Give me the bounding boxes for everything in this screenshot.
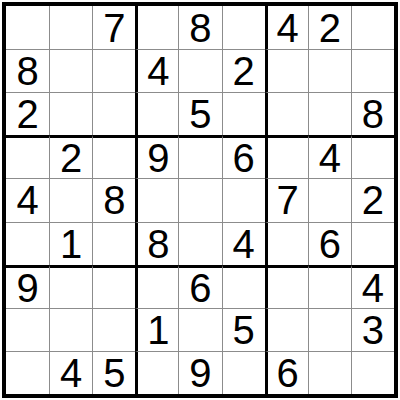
cell-r3c5[interactable]: 5	[178, 92, 221, 135]
cell-r1c7[interactable]: 4	[265, 6, 308, 49]
cell-r4c2[interactable]: 2	[49, 135, 92, 178]
cell-r6c4[interactable]: 8	[135, 222, 178, 265]
cell-r8c4[interactable]: 1	[135, 308, 178, 351]
cell-r8c2[interactable]	[49, 308, 92, 351]
cell-r2c2[interactable]	[49, 49, 92, 92]
cell-r6c6[interactable]: 4	[222, 222, 265, 265]
cell-r6c7[interactable]	[265, 222, 308, 265]
cell-r6c5[interactable]	[178, 222, 221, 265]
cell-r4c3[interactable]	[92, 135, 135, 178]
cell-r7c2[interactable]	[49, 265, 92, 308]
cell-r1c4[interactable]	[135, 6, 178, 49]
cell-r2c3[interactable]	[92, 49, 135, 92]
cell-r3c4[interactable]	[135, 92, 178, 135]
cell-r4c8[interactable]: 4	[308, 135, 351, 178]
cell-r4c7[interactable]	[265, 135, 308, 178]
cell-r4c4[interactable]: 9	[135, 135, 178, 178]
cell-r6c1[interactable]	[6, 222, 49, 265]
cell-r7c9[interactable]: 4	[351, 265, 394, 308]
cell-r5c5[interactable]	[178, 178, 221, 221]
cell-r8c8[interactable]	[308, 308, 351, 351]
cell-r8c1[interactable]	[6, 308, 49, 351]
cell-r9c2[interactable]: 4	[49, 351, 92, 394]
cell-r9c8[interactable]	[308, 351, 351, 394]
cell-r7c3[interactable]	[92, 265, 135, 308]
cell-r2c6[interactable]: 2	[222, 49, 265, 92]
cell-r2c5[interactable]	[178, 49, 221, 92]
sudoku-puzzle: 78428422582964487218469641534596	[0, 0, 400, 400]
cell-r1c9[interactable]	[351, 6, 394, 49]
cell-r6c2[interactable]: 1	[49, 222, 92, 265]
cell-r5c9[interactable]: 2	[351, 178, 394, 221]
cell-r7c6[interactable]	[222, 265, 265, 308]
cell-r6c9[interactable]	[351, 222, 394, 265]
sudoku-board: 78428422582964487218469641534596	[2, 2, 398, 398]
cell-r5c1[interactable]: 4	[6, 178, 49, 221]
cell-r9c3[interactable]: 5	[92, 351, 135, 394]
cell-r4c5[interactable]	[178, 135, 221, 178]
cell-r6c3[interactable]	[92, 222, 135, 265]
cell-r9c1[interactable]	[6, 351, 49, 394]
cell-r9c6[interactable]	[222, 351, 265, 394]
cell-r3c2[interactable]	[49, 92, 92, 135]
cell-r1c3[interactable]: 7	[92, 6, 135, 49]
cell-r9c7[interactable]: 6	[265, 351, 308, 394]
cell-r3c3[interactable]	[92, 92, 135, 135]
cell-r5c4[interactable]	[135, 178, 178, 221]
cell-r4c1[interactable]	[6, 135, 49, 178]
cell-r7c4[interactable]	[135, 265, 178, 308]
cell-r9c4[interactable]	[135, 351, 178, 394]
cell-r3c9[interactable]: 8	[351, 92, 394, 135]
cell-r2c4[interactable]: 4	[135, 49, 178, 92]
cell-r1c5[interactable]: 8	[178, 6, 221, 49]
cell-r5c3[interactable]: 8	[92, 178, 135, 221]
cell-r7c8[interactable]	[308, 265, 351, 308]
cell-r8c6[interactable]: 5	[222, 308, 265, 351]
cell-r7c7[interactable]	[265, 265, 308, 308]
cell-r5c7[interactable]: 7	[265, 178, 308, 221]
cell-r8c7[interactable]	[265, 308, 308, 351]
cell-r1c2[interactable]	[49, 6, 92, 49]
cell-r3c8[interactable]	[308, 92, 351, 135]
cell-r8c3[interactable]	[92, 308, 135, 351]
cell-r1c8[interactable]: 2	[308, 6, 351, 49]
cell-r5c2[interactable]	[49, 178, 92, 221]
cell-r7c5[interactable]: 6	[178, 265, 221, 308]
cell-r6c8[interactable]: 6	[308, 222, 351, 265]
cell-r2c8[interactable]	[308, 49, 351, 92]
cell-r3c1[interactable]: 2	[6, 92, 49, 135]
cell-r9c5[interactable]: 9	[178, 351, 221, 394]
cell-r4c6[interactable]: 6	[222, 135, 265, 178]
cell-r2c1[interactable]: 8	[6, 49, 49, 92]
cell-r5c8[interactable]	[308, 178, 351, 221]
cell-r2c9[interactable]	[351, 49, 394, 92]
cell-r7c1[interactable]: 9	[6, 265, 49, 308]
cell-r2c7[interactable]	[265, 49, 308, 92]
cell-r1c1[interactable]	[6, 6, 49, 49]
cell-r8c5[interactable]	[178, 308, 221, 351]
cell-r4c9[interactable]	[351, 135, 394, 178]
cell-r5c6[interactable]	[222, 178, 265, 221]
cell-r3c6[interactable]	[222, 92, 265, 135]
cell-r9c9[interactable]	[351, 351, 394, 394]
cell-r8c9[interactable]: 3	[351, 308, 394, 351]
cell-r3c7[interactable]	[265, 92, 308, 135]
cell-r1c6[interactable]	[222, 6, 265, 49]
